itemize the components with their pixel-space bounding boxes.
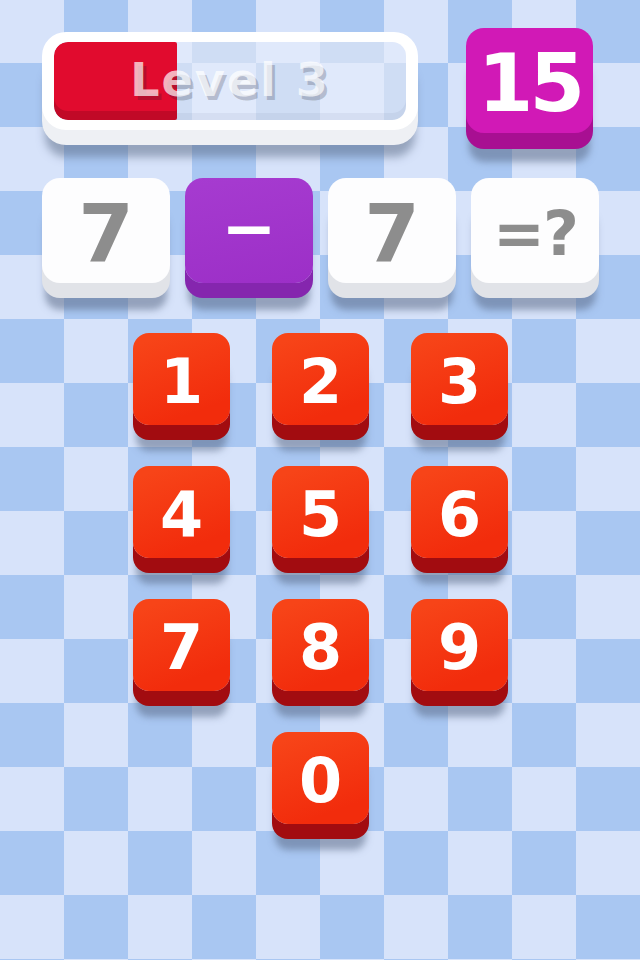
key-5[interactable]: 5 <box>272 466 369 558</box>
key-label: 2 <box>299 351 342 413</box>
key-2[interactable]: 2 <box>272 333 369 425</box>
key-label: 6 <box>438 484 481 546</box>
operand1-value: 7 <box>78 194 134 274</box>
key-label: 4 <box>160 484 203 546</box>
key-label: 5 <box>299 484 342 546</box>
minus-operator: − <box>221 196 276 262</box>
game-screen: { "game": "arithmetic equation puzzle (t… <box>0 0 640 960</box>
operand2-value: 7 <box>364 194 420 274</box>
key-label: 0 <box>299 750 342 812</box>
key-9[interactable]: 9 <box>411 599 508 691</box>
key-8[interactable]: 8 <box>272 599 369 691</box>
equation-operand2-tile: 7 <box>328 178 456 283</box>
level-progress-bar: Level 3 <box>42 32 418 130</box>
key-3[interactable]: 3 <box>411 333 508 425</box>
key-label: 8 <box>299 617 342 679</box>
equation-result-tile: =? <box>471 178 599 283</box>
key-label: 3 <box>438 351 481 413</box>
timer-value: 15 <box>478 44 581 124</box>
equation-operand1-tile: 7 <box>42 178 170 283</box>
level-label: Level 3 <box>42 53 418 107</box>
key-label: 1 <box>160 351 203 413</box>
key-1[interactable]: 1 <box>133 333 230 425</box>
key-label: 7 <box>160 617 203 679</box>
key-6[interactable]: 6 <box>411 466 508 558</box>
key-label: 9 <box>438 617 481 679</box>
equation-operator-tile: − <box>185 178 313 283</box>
timer-tile: 15 <box>466 28 593 133</box>
equals-question-label: =? <box>493 203 577 265</box>
key-7[interactable]: 7 <box>133 599 230 691</box>
key-0[interactable]: 0 <box>272 732 369 824</box>
key-4[interactable]: 4 <box>133 466 230 558</box>
